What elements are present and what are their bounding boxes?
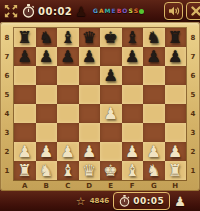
file-labels: ABCDEFGH	[14, 180, 186, 191]
black-pawn[interactable]: ♟	[61, 49, 75, 65]
square-a4[interactable]	[14, 104, 36, 123]
square-h1[interactable]: ♜	[165, 161, 187, 180]
square-a8[interactable]: ♜	[14, 28, 36, 47]
square-e5[interactable]	[100, 85, 122, 104]
square-b4[interactable]	[36, 104, 58, 123]
square-b1[interactable]: ♞	[36, 161, 58, 180]
square-a3[interactable]	[14, 123, 36, 142]
rank-label-8: 8	[0, 28, 14, 47]
square-h6[interactable]	[165, 66, 187, 85]
black-knight[interactable]: ♞	[147, 30, 161, 46]
square-g3[interactable]	[143, 123, 165, 142]
rank-label-6: 6	[0, 66, 14, 85]
square-c3[interactable]	[57, 123, 79, 142]
square-c7[interactable]: ♟	[57, 47, 79, 66]
square-a7[interactable]: ♟	[14, 47, 36, 66]
black-rook[interactable]: ♜	[168, 30, 182, 46]
speaker-icon	[168, 6, 180, 16]
square-c2[interactable]: ♟	[57, 142, 79, 161]
stopwatch-icon	[119, 195, 130, 207]
square-g6[interactable]	[143, 66, 165, 85]
square-d3[interactable]	[79, 123, 101, 142]
square-c4[interactable]	[57, 104, 79, 123]
white-pawn[interactable]: ♟	[82, 144, 96, 160]
square-b2[interactable]: ♟	[36, 142, 58, 161]
square-h5[interactable]	[165, 85, 187, 104]
rank-label-7: 7	[0, 47, 14, 66]
star-icon[interactable]: ☆	[76, 196, 86, 207]
bottom-bar: ☆ 4846 00:05 ♟	[0, 191, 200, 211]
chess-board: 87654321 ♜♞♝♛♚♝♞♜♟♟♟♟♟♟♟♟♟♟♟♟♟♟♟♟♜♞♝♛♚♝♞…	[0, 22, 200, 191]
square-c8[interactable]: ♝	[57, 28, 79, 47]
rank-label-2: 2	[0, 142, 14, 161]
white-timer: 00:05	[133, 196, 164, 206]
square-f8[interactable]: ♝	[122, 28, 144, 47]
square-g4[interactable]	[143, 104, 165, 123]
square-b6[interactable]	[36, 66, 58, 85]
logo-letter: S	[128, 8, 132, 14]
square-f5[interactable]	[122, 85, 144, 104]
logo-letter: B	[117, 8, 122, 14]
white-timer-box: 00:05	[113, 192, 170, 210]
logo-letter: M	[105, 8, 111, 14]
white-pawn[interactable]: ♟	[39, 144, 53, 160]
black-pawn[interactable]: ♟	[82, 49, 96, 65]
square-c1[interactable]: ♝	[57, 161, 79, 180]
file-label-d: D	[79, 180, 101, 191]
logo-letter: O	[122, 8, 127, 14]
file-label-b: B	[36, 180, 58, 191]
black-pawn[interactable]: ♟	[125, 49, 139, 65]
white-king[interactable]: ♚	[104, 163, 118, 179]
black-pawn[interactable]: ♟	[39, 49, 53, 65]
square-d1[interactable]: ♛	[79, 161, 101, 180]
rank-label-8: 8	[186, 28, 200, 47]
file-label-g: G	[143, 180, 165, 191]
square-g7[interactable]: ♟	[143, 47, 165, 66]
fullscreen-button[interactable]	[3, 3, 19, 19]
rank-label-4: 4	[186, 104, 200, 123]
rank-label-1: 1	[0, 161, 14, 180]
white-knight[interactable]: ♞	[39, 163, 53, 179]
square-h7[interactable]: ♟	[165, 47, 187, 66]
white-side-pawn-icon: ♟	[174, 195, 186, 208]
square-c5[interactable]	[57, 85, 79, 104]
square-d8[interactable]: ♛	[79, 28, 101, 47]
square-b8[interactable]: ♞	[36, 28, 58, 47]
rank-labels-right: 87654321	[186, 28, 200, 180]
white-rook[interactable]: ♜	[168, 163, 182, 179]
rank-label-2: 2	[186, 142, 200, 161]
white-pawn[interactable]: ♟	[125, 144, 139, 160]
file-label-a: A	[14, 180, 36, 191]
white-pawn[interactable]: ♟	[147, 144, 161, 160]
square-a2[interactable]: ♟	[14, 142, 36, 161]
white-pawn[interactable]: ♟	[168, 144, 182, 160]
close-icon	[191, 6, 200, 16]
logo-letter: S	[134, 8, 138, 14]
black-pawn[interactable]: ♟	[104, 68, 118, 84]
rank-label-3: 3	[186, 123, 200, 142]
logo-letter: E	[112, 8, 116, 14]
black-pawn[interactable]: ♟	[18, 49, 32, 65]
square-d5[interactable]	[79, 85, 101, 104]
top-bar: 00:02 ♟ GAMEBOSS	[0, 0, 200, 22]
black-side-pawn-icon: ♟	[75, 5, 87, 18]
rank-label-7: 7	[186, 47, 200, 66]
square-g5[interactable]	[143, 85, 165, 104]
square-h3[interactable]	[165, 123, 187, 142]
score-value: 4846	[90, 197, 109, 205]
square-g8[interactable]: ♞	[143, 28, 165, 47]
white-pawn[interactable]: ♟	[104, 106, 118, 122]
square-a1[interactable]: ♜	[14, 161, 36, 180]
gameboss-logo[interactable]: GAMEBOSS	[93, 8, 144, 14]
stopwatch-icon	[22, 4, 35, 18]
square-a5[interactable]	[14, 85, 36, 104]
file-label-c: C	[57, 180, 79, 191]
white-bishop[interactable]: ♝	[61, 163, 75, 179]
black-king[interactable]: ♚	[104, 30, 118, 46]
rank-label-5: 5	[186, 85, 200, 104]
square-b3[interactable]	[36, 123, 58, 142]
square-f1[interactable]: ♝	[122, 161, 144, 180]
black-timer: 00:02	[38, 6, 72, 17]
square-d2[interactable]: ♟	[79, 142, 101, 161]
black-knight[interactable]: ♞	[39, 30, 53, 46]
square-d4[interactable]	[79, 104, 101, 123]
square-e6[interactable]: ♟	[100, 66, 122, 85]
white-knight[interactable]: ♞	[147, 163, 161, 179]
square-d6[interactable]	[79, 66, 101, 85]
square-e3[interactable]	[100, 123, 122, 142]
square-e2[interactable]	[100, 142, 122, 161]
white-bishop[interactable]: ♝	[125, 163, 139, 179]
rank-label-1: 1	[186, 161, 200, 180]
sound-button[interactable]	[164, 2, 183, 20]
logo-letter: G	[93, 8, 98, 14]
white-pawn[interactable]: ♟	[18, 144, 32, 160]
fullscreen-icon	[4, 4, 18, 18]
white-rook[interactable]: ♜	[18, 163, 32, 179]
close-button[interactable]	[186, 2, 200, 20]
white-queen[interactable]: ♛	[82, 163, 96, 179]
logo-globe-icon	[139, 9, 144, 14]
black-queen[interactable]: ♛	[82, 30, 96, 46]
square-f6[interactable]	[122, 66, 144, 85]
rank-label-6: 6	[186, 66, 200, 85]
black-rook[interactable]: ♜	[18, 30, 32, 46]
square-g2[interactable]: ♟	[143, 142, 165, 161]
rank-labels-left: 87654321	[0, 28, 14, 180]
square-f2[interactable]: ♟	[122, 142, 144, 161]
black-bishop[interactable]: ♝	[125, 30, 139, 46]
square-e4[interactable]: ♟	[100, 104, 122, 123]
square-g1[interactable]: ♞	[143, 161, 165, 180]
logo-letter: A	[99, 8, 104, 14]
square-a6[interactable]	[14, 66, 36, 85]
white-pawn[interactable]: ♟	[61, 144, 75, 160]
file-label-h: H	[165, 180, 187, 191]
square-h2[interactable]: ♟	[165, 142, 187, 161]
square-b5[interactable]	[36, 85, 58, 104]
square-h4[interactable]	[165, 104, 187, 123]
square-f3[interactable]	[122, 123, 144, 142]
square-b7[interactable]: ♟	[36, 47, 58, 66]
square-c6[interactable]	[57, 66, 79, 85]
rank-label-5: 5	[0, 85, 14, 104]
square-e7[interactable]	[100, 47, 122, 66]
file-label-e: E	[100, 180, 122, 191]
black-bishop[interactable]: ♝	[61, 30, 75, 46]
board-squares: ♜♞♝♛♚♝♞♜♟♟♟♟♟♟♟♟♟♟♟♟♟♟♟♟♜♞♝♛♚♝♞♜	[14, 28, 186, 180]
rank-label-4: 4	[0, 104, 14, 123]
square-e8[interactable]: ♚	[100, 28, 122, 47]
black-pawn[interactable]: ♟	[168, 49, 182, 65]
square-d7[interactable]: ♟	[79, 47, 101, 66]
rank-label-3: 3	[0, 123, 14, 142]
square-f4[interactable]	[122, 104, 144, 123]
black-pawn[interactable]: ♟	[147, 49, 161, 65]
square-f7[interactable]: ♟	[122, 47, 144, 66]
file-label-f: F	[122, 180, 144, 191]
square-h8[interactable]: ♜	[165, 28, 187, 47]
square-e1[interactable]: ♚	[100, 161, 122, 180]
